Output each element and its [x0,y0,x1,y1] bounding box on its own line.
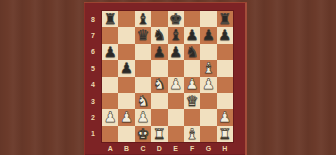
square-b2[interactable]: ♟ [118,109,134,125]
white-bishop: ♝ [186,126,199,141]
square-c7[interactable]: ♛ [135,27,151,43]
square-d8[interactable] [151,11,167,27]
file-label-h: H [217,142,233,155]
square-c4[interactable] [135,77,151,93]
white-rook: ♜ [153,126,166,141]
white-knight: ♞ [136,93,149,108]
black-pawn: ♟ [186,28,199,43]
white-king: ♚ [136,126,149,141]
black-rook: ♜ [218,11,231,26]
white-pawn: ♟ [169,77,182,92]
square-d2[interactable] [151,109,167,125]
file-labels: ABCDEFGH [102,142,233,155]
black-pawn: ♟ [218,28,231,43]
square-f3[interactable]: ♛ [184,93,200,109]
white-pawn: ♟ [104,110,117,125]
rank-label-3: 3 [84,93,102,109]
square-a8[interactable]: ♜ [102,11,118,27]
square-b6[interactable] [118,44,134,60]
black-pawn: ♟ [120,61,133,76]
square-h2[interactable]: ♟ [217,109,233,125]
square-f6[interactable]: ♞ [184,44,200,60]
square-a7[interactable] [102,27,118,43]
square-c8[interactable]: ♝ [135,11,151,27]
square-a6[interactable]: ♟ [102,44,118,60]
square-c6[interactable] [135,44,151,60]
square-c5[interactable] [135,60,151,76]
chess-app-background: { "game": "chess", "position": { "fen": … [0,0,336,155]
square-b8[interactable] [118,11,134,27]
square-e8[interactable]: ♚ [168,11,184,27]
rank-label-4: 4 [84,77,102,93]
rank-label-5: 5 [84,60,102,76]
square-h7[interactable]: ♟ [217,27,233,43]
square-g1[interactable] [200,126,216,142]
file-label-g: G [200,142,216,155]
rank-label-7: 7 [84,27,102,43]
square-h8[interactable]: ♜ [217,11,233,27]
black-bishop: ♝ [169,28,182,43]
square-d5[interactable] [151,60,167,76]
square-g6[interactable] [200,44,216,60]
file-label-b: B [118,142,134,155]
white-queen: ♛ [186,93,199,108]
square-b4[interactable] [118,77,134,93]
square-a2[interactable]: ♟ [102,109,118,125]
chess-board-frame: 87654321 ♜♝♚♜♛♞♝♟♟♟♟♟♟♞♟♝♞♟♟♟♞♛♟♟♟♟♚♜♝♜ … [84,2,247,155]
square-b1[interactable] [118,126,134,142]
white-bishop: ♝ [202,61,215,76]
chess-board[interactable]: ♜♝♚♜♛♞♝♟♟♟♟♟♟♞♟♝♞♟♟♟♞♛♟♟♟♟♚♜♝♜ [102,11,233,142]
black-pawn: ♟ [104,44,117,59]
white-pawn: ♟ [202,77,215,92]
square-a4[interactable] [102,77,118,93]
black-knight: ♞ [186,44,199,59]
rank-label-6: 6 [84,44,102,60]
black-knight: ♞ [153,28,166,43]
square-g8[interactable] [200,11,216,27]
square-h1[interactable]: ♜ [217,126,233,142]
square-e1[interactable] [168,126,184,142]
rank-label-8: 8 [84,11,102,27]
white-pawn: ♟ [218,110,231,125]
white-knight: ♞ [153,77,166,92]
square-g4[interactable]: ♟ [200,77,216,93]
square-e6[interactable]: ♟ [168,44,184,60]
square-a3[interactable] [102,93,118,109]
square-g2[interactable] [200,109,216,125]
file-label-f: F [184,142,200,155]
square-e5[interactable] [168,60,184,76]
square-e2[interactable] [168,109,184,125]
square-d4[interactable]: ♞ [151,77,167,93]
square-d7[interactable]: ♞ [151,27,167,43]
white-pawn: ♟ [136,110,149,125]
file-label-a: A [102,142,118,155]
white-pawn: ♟ [120,110,133,125]
square-f4[interactable]: ♟ [184,77,200,93]
square-c2[interactable]: ♟ [135,109,151,125]
square-e4[interactable]: ♟ [168,77,184,93]
white-pawn: ♟ [186,77,199,92]
square-h5[interactable] [217,60,233,76]
square-f5[interactable] [184,60,200,76]
square-e7[interactable]: ♝ [168,27,184,43]
square-h3[interactable] [217,93,233,109]
black-king: ♚ [169,11,182,26]
black-rook: ♜ [104,11,117,26]
black-pawn: ♟ [169,44,182,59]
square-f2[interactable] [184,109,200,125]
white-rook: ♜ [218,126,231,141]
square-h6[interactable] [217,44,233,60]
file-label-c: C [135,142,151,155]
square-b5[interactable]: ♟ [118,60,134,76]
square-a1[interactable] [102,126,118,142]
rank-label-1: 1 [84,126,102,142]
square-f8[interactable] [184,11,200,27]
square-g5[interactable]: ♝ [200,60,216,76]
black-pawn: ♟ [202,28,215,43]
black-bishop: ♝ [136,11,149,26]
square-f7[interactable]: ♟ [184,27,200,43]
square-d1[interactable]: ♜ [151,126,167,142]
square-h4[interactable] [217,77,233,93]
square-a5[interactable] [102,60,118,76]
file-label-e: E [168,142,184,155]
square-b3[interactable] [118,93,134,109]
black-queen: ♛ [136,28,149,43]
square-g7[interactable]: ♟ [200,27,216,43]
square-g3[interactable] [200,93,216,109]
rank-labels: 87654321 [84,11,102,142]
black-pawn: ♟ [153,44,166,59]
square-c1[interactable]: ♚ [135,126,151,142]
square-e3[interactable] [168,93,184,109]
rank-label-2: 2 [84,109,102,125]
square-b7[interactable] [118,27,134,43]
file-label-d: D [151,142,167,155]
square-f1[interactable]: ♝ [184,126,200,142]
square-d6[interactable]: ♟ [151,44,167,60]
square-d3[interactable] [151,93,167,109]
square-c3[interactable]: ♞ [135,93,151,109]
